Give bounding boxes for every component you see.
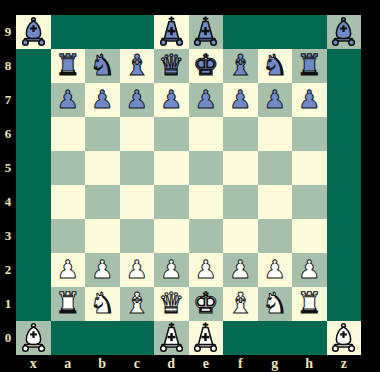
white-bishop[interactable]: ♝: [124, 289, 150, 318]
white-pawn[interactable]: ♟: [126, 257, 148, 282]
square-h5[interactable]: [292, 151, 327, 185]
square-z4: [327, 185, 362, 219]
black-king[interactable]: ♚: [193, 51, 219, 80]
square-d5[interactable]: [154, 151, 189, 185]
file-labels: xabcdefghz: [16, 355, 361, 372]
rank-label-2: 2: [0, 253, 16, 287]
game-board: ♜♞♝♛♚♝♞♜♟♟♟♟♟♟♟♟♟♟♟♟♟♟♟♟♜♞♝♛♚♝♞♜: [16, 15, 361, 355]
file-label-a: a: [51, 355, 86, 372]
square-h4[interactable]: [292, 185, 327, 219]
black-pawn[interactable]: ♟: [160, 87, 182, 112]
file-label-f: f: [223, 355, 258, 372]
square-h0: [292, 321, 327, 355]
file-label-x: x: [16, 355, 51, 372]
square-d3[interactable]: [154, 219, 189, 253]
square-g5[interactable]: [258, 151, 293, 185]
square-x6: [16, 117, 51, 151]
rank-label-3: 3: [0, 219, 16, 253]
square-z2: [327, 253, 362, 287]
black-bishop[interactable]: ♝: [124, 51, 150, 80]
square-b0: [85, 321, 120, 355]
rank-label-4: 4: [0, 185, 16, 219]
square-e8[interactable]: ♚: [189, 49, 224, 83]
square-d2[interactable]: ♟: [154, 253, 189, 287]
square-d8[interactable]: ♛: [154, 49, 189, 83]
square-e3[interactable]: [189, 219, 224, 253]
white-pawn[interactable]: ♟: [91, 257, 113, 282]
rank-label-6: 6: [0, 117, 16, 151]
square-g6[interactable]: [258, 117, 293, 151]
square-x9[interactable]: [16, 15, 51, 49]
square-c0: [120, 321, 155, 355]
square-g1[interactable]: ♞: [258, 287, 293, 321]
file-label-e: e: [189, 355, 224, 372]
white-pawn[interactable]: ♟: [160, 257, 182, 282]
square-c7[interactable]: ♟: [120, 83, 155, 117]
square-h9: [292, 15, 327, 49]
square-f6[interactable]: [223, 117, 258, 151]
white-bishop[interactable]: ♝: [227, 289, 253, 318]
square-f0: [223, 321, 258, 355]
square-b9: [85, 15, 120, 49]
square-d0[interactable]: [154, 321, 189, 355]
square-e5[interactable]: [189, 151, 224, 185]
black-pawn[interactable]: ♟: [264, 87, 286, 112]
square-b5[interactable]: [85, 151, 120, 185]
black-rook[interactable]: ♜: [296, 51, 322, 80]
square-h7[interactable]: ♟: [292, 83, 327, 117]
black-bishop[interactable]: ♝: [227, 51, 253, 80]
square-e4[interactable]: [189, 185, 224, 219]
black-pawn[interactable]: ♟: [126, 87, 148, 112]
square-d9[interactable]: [154, 15, 189, 49]
square-z6: [327, 117, 362, 151]
square-x3: [16, 219, 51, 253]
black-pawn[interactable]: ♟: [57, 87, 79, 112]
square-e2[interactable]: ♟: [189, 253, 224, 287]
square-a1[interactable]: ♜: [51, 287, 86, 321]
square-b3[interactable]: [85, 219, 120, 253]
rank-label-8: 8: [0, 49, 16, 83]
square-a0: [51, 321, 86, 355]
square-f1[interactable]: ♝: [223, 287, 258, 321]
black-knight[interactable]: ♞: [262, 51, 288, 80]
square-f7[interactable]: ♟: [223, 83, 258, 117]
square-x5: [16, 151, 51, 185]
rank-label-0: 0: [0, 321, 16, 355]
square-h8[interactable]: ♜: [292, 49, 327, 83]
square-x1: [16, 287, 51, 321]
white-rook[interactable]: ♜: [55, 289, 81, 318]
white-knight[interactable]: ♞: [89, 289, 115, 318]
black-rook[interactable]: ♜: [55, 51, 81, 80]
white-wizard[interactable]: [18, 322, 49, 354]
square-a7[interactable]: ♟: [51, 83, 86, 117]
white-queen[interactable]: ♛: [158, 289, 184, 318]
black-pawn[interactable]: ♟: [195, 87, 217, 112]
white-king[interactable]: ♚: [193, 289, 219, 318]
square-x0[interactable]: [16, 321, 51, 355]
square-g8[interactable]: ♞: [258, 49, 293, 83]
black-pawn[interactable]: ♟: [298, 87, 320, 112]
square-b8[interactable]: ♞: [85, 49, 120, 83]
square-g9: [258, 15, 293, 49]
square-f3[interactable]: [223, 219, 258, 253]
square-g4[interactable]: [258, 185, 293, 219]
square-h1[interactable]: ♜: [292, 287, 327, 321]
file-label-c: c: [120, 355, 155, 372]
square-c2[interactable]: ♟: [120, 253, 155, 287]
square-z1: [327, 287, 362, 321]
square-e7[interactable]: ♟: [189, 83, 224, 117]
square-c8[interactable]: ♝: [120, 49, 155, 83]
rank-label-1: 1: [0, 287, 16, 321]
rank-labels: 9876543210: [0, 15, 16, 355]
rank-label-5: 5: [0, 151, 16, 185]
square-x2: [16, 253, 51, 287]
square-c9: [120, 15, 155, 49]
square-f2[interactable]: ♟: [223, 253, 258, 287]
square-g2[interactable]: ♟: [258, 253, 293, 287]
square-x7: [16, 83, 51, 117]
square-d7[interactable]: ♟: [154, 83, 189, 117]
square-g7[interactable]: ♟: [258, 83, 293, 117]
square-d6[interactable]: [154, 117, 189, 151]
square-z3: [327, 219, 362, 253]
square-a5[interactable]: [51, 151, 86, 185]
square-z5: [327, 151, 362, 185]
white-wizard[interactable]: [328, 322, 359, 354]
square-g3[interactable]: [258, 219, 293, 253]
square-a8[interactable]: ♜: [51, 49, 86, 83]
square-z0[interactable]: [327, 321, 362, 355]
file-label-z: z: [327, 355, 362, 372]
square-z7: [327, 83, 362, 117]
file-label-h: h: [292, 355, 327, 372]
rank-label-9: 9: [0, 15, 16, 49]
black-wizard[interactable]: [328, 16, 359, 48]
white-champion[interactable]: [190, 322, 221, 354]
square-g0: [258, 321, 293, 355]
square-f9: [223, 15, 258, 49]
square-a2[interactable]: ♟: [51, 253, 86, 287]
square-d4[interactable]: [154, 185, 189, 219]
white-rook[interactable]: ♜: [296, 289, 322, 318]
file-label-d: d: [154, 355, 189, 372]
square-c3[interactable]: [120, 219, 155, 253]
black-wizard[interactable]: [18, 16, 49, 48]
black-queen[interactable]: ♛: [158, 51, 184, 80]
black-champion[interactable]: [156, 16, 187, 48]
white-champion[interactable]: [156, 322, 187, 354]
square-b7[interactable]: ♟: [85, 83, 120, 117]
square-a9: [51, 15, 86, 49]
square-x8: [16, 49, 51, 83]
black-champion[interactable]: [190, 16, 221, 48]
file-label-b: b: [85, 355, 120, 372]
square-h3[interactable]: [292, 219, 327, 253]
square-f4[interactable]: [223, 185, 258, 219]
square-e6[interactable]: [189, 117, 224, 151]
square-c1[interactable]: ♝: [120, 287, 155, 321]
rank-label-7: 7: [0, 83, 16, 117]
square-e0[interactable]: [189, 321, 224, 355]
black-pawn[interactable]: ♟: [229, 87, 251, 112]
square-x4: [16, 185, 51, 219]
white-pawn[interactable]: ♟: [264, 257, 286, 282]
square-c5[interactable]: [120, 151, 155, 185]
square-b2[interactable]: ♟: [85, 253, 120, 287]
black-pawn[interactable]: ♟: [91, 87, 113, 112]
square-e9[interactable]: [189, 15, 224, 49]
square-a3[interactable]: [51, 219, 86, 253]
square-z8: [327, 49, 362, 83]
square-f5[interactable]: [223, 151, 258, 185]
square-a4[interactable]: [51, 185, 86, 219]
white-pawn[interactable]: ♟: [57, 257, 79, 282]
white-pawn[interactable]: ♟: [229, 257, 251, 282]
square-c4[interactable]: [120, 185, 155, 219]
square-h2[interactable]: ♟: [292, 253, 327, 287]
square-c6[interactable]: [120, 117, 155, 151]
white-pawn[interactable]: ♟: [195, 257, 217, 282]
square-b1[interactable]: ♞: [85, 287, 120, 321]
square-z9[interactable]: [327, 15, 362, 49]
file-label-g: g: [258, 355, 293, 372]
square-a6[interactable]: [51, 117, 86, 151]
square-b4[interactable]: [85, 185, 120, 219]
white-knight[interactable]: ♞: [262, 289, 288, 318]
black-knight[interactable]: ♞: [89, 51, 115, 80]
square-b6[interactable]: [85, 117, 120, 151]
white-pawn[interactable]: ♟: [298, 257, 320, 282]
square-f8[interactable]: ♝: [223, 49, 258, 83]
square-d1[interactable]: ♛: [154, 287, 189, 321]
square-h6[interactable]: [292, 117, 327, 151]
board-window: 9876543210 ♜♞♝♛♚♝♞♜♟♟♟♟♟♟♟♟♟♟♟♟♟♟♟♟♜♞♝♛♚…: [0, 0, 380, 372]
square-e1[interactable]: ♚: [189, 287, 224, 321]
